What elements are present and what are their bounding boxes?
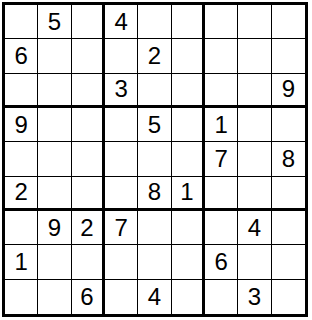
cell-r6c8[interactable] (238, 177, 271, 211)
cell-r4c7[interactable]: 1 (205, 108, 238, 142)
cell-r5c2[interactable] (38, 142, 71, 176)
cell-r4c9[interactable] (272, 108, 305, 142)
cell-r4c6[interactable] (172, 108, 205, 142)
cell-r9c6[interactable] (172, 280, 205, 314)
cell-r2c5[interactable]: 2 (138, 39, 171, 73)
cell-r2c6[interactable] (172, 39, 205, 73)
given-digit: 4 (114, 10, 127, 34)
cell-r2c3[interactable] (72, 39, 105, 73)
cell-r7c5[interactable] (138, 211, 171, 245)
cell-r3c3[interactable] (72, 74, 105, 108)
given-digit: 1 (214, 113, 227, 137)
cell-r2c7[interactable] (205, 39, 238, 73)
cell-r9c1[interactable] (5, 280, 38, 314)
given-digit: 2 (80, 216, 93, 240)
cell-r4c1[interactable]: 9 (5, 108, 38, 142)
cell-r8c6[interactable] (172, 245, 205, 279)
sudoku-board: 54623995178281927416643 (2, 2, 308, 317)
cell-r7c1[interactable] (5, 211, 38, 245)
cell-r2c2[interactable] (38, 39, 71, 73)
cell-r6c2[interactable] (38, 177, 71, 211)
given-digit: 5 (148, 113, 161, 137)
cell-r8c8[interactable] (238, 245, 271, 279)
cell-r4c3[interactable] (72, 108, 105, 142)
cell-r9c7[interactable] (205, 280, 238, 314)
cell-r5c4[interactable] (105, 142, 138, 176)
given-digit: 3 (114, 77, 127, 101)
cell-r5c7[interactable]: 7 (205, 142, 238, 176)
cell-r8c1[interactable]: 1 (5, 245, 38, 279)
cell-r3c1[interactable] (5, 74, 38, 108)
cell-r9c2[interactable] (38, 280, 71, 314)
cell-r5c1[interactable] (5, 142, 38, 176)
given-digit: 8 (282, 147, 295, 171)
cell-r6c5[interactable]: 8 (138, 177, 171, 211)
cell-r3c8[interactable] (238, 74, 271, 108)
cell-r6c7[interactable] (205, 177, 238, 211)
given-digit: 6 (80, 285, 93, 309)
cell-r6c6[interactable]: 1 (172, 177, 205, 211)
cell-r4c4[interactable] (105, 108, 138, 142)
cell-r3c7[interactable] (205, 74, 238, 108)
cell-r7c9[interactable] (272, 211, 305, 245)
cell-r5c8[interactable] (238, 142, 271, 176)
cell-r1c8[interactable] (238, 5, 271, 39)
given-digit: 4 (148, 285, 161, 309)
cell-r1c4[interactable]: 4 (105, 5, 138, 39)
cell-r2c8[interactable] (238, 39, 271, 73)
cell-r7c3[interactable]: 2 (72, 211, 105, 245)
cell-r6c3[interactable] (72, 177, 105, 211)
cell-r6c9[interactable] (272, 177, 305, 211)
cell-r2c9[interactable] (272, 39, 305, 73)
cell-r4c2[interactable] (38, 108, 71, 142)
cell-r8c3[interactable] (72, 245, 105, 279)
given-digit: 7 (214, 147, 227, 171)
given-digit: 9 (48, 216, 61, 240)
cell-r9c4[interactable] (105, 280, 138, 314)
cell-r5c3[interactable] (72, 142, 105, 176)
cell-r9c5[interactable]: 4 (138, 280, 171, 314)
cell-r3c4[interactable]: 3 (105, 74, 138, 108)
cell-r3c2[interactable] (38, 74, 71, 108)
cell-r6c4[interactable] (105, 177, 138, 211)
cell-r8c7[interactable]: 6 (205, 245, 238, 279)
given-digit: 5 (48, 10, 61, 34)
cell-r2c1[interactable]: 6 (5, 39, 38, 73)
cell-r8c9[interactable] (272, 245, 305, 279)
cell-r9c9[interactable] (272, 280, 305, 314)
cell-r3c5[interactable] (138, 74, 171, 108)
cell-r9c3[interactable]: 6 (72, 280, 105, 314)
cell-r4c5[interactable]: 5 (138, 108, 171, 142)
cell-r1c3[interactable] (72, 5, 105, 39)
cell-r5c9[interactable]: 8 (272, 142, 305, 176)
cell-r1c5[interactable] (138, 5, 171, 39)
given-digit: 4 (248, 216, 261, 240)
given-digit: 8 (148, 180, 161, 204)
given-digit: 2 (148, 44, 161, 68)
cell-r7c7[interactable] (205, 211, 238, 245)
cell-r8c4[interactable] (105, 245, 138, 279)
cell-r9c8[interactable]: 3 (238, 280, 271, 314)
given-digit: 2 (14, 180, 27, 204)
cell-r7c2[interactable]: 9 (38, 211, 71, 245)
given-digit: 3 (248, 285, 261, 309)
cell-r7c6[interactable] (172, 211, 205, 245)
cell-r6c1[interactable]: 2 (5, 177, 38, 211)
given-digit: 9 (14, 113, 27, 137)
cell-r1c9[interactable] (272, 5, 305, 39)
given-digit: 6 (14, 44, 27, 68)
cell-r1c1[interactable] (5, 5, 38, 39)
cell-r7c4[interactable]: 7 (105, 211, 138, 245)
given-digit: 9 (282, 77, 295, 101)
cell-r7c8[interactable]: 4 (238, 211, 271, 245)
cell-r5c6[interactable] (172, 142, 205, 176)
cell-r5c5[interactable] (138, 142, 171, 176)
given-digit: 6 (214, 250, 227, 274)
cell-r8c5[interactable] (138, 245, 171, 279)
given-digit: 7 (114, 216, 127, 240)
cell-r4c8[interactable] (238, 108, 271, 142)
cell-r1c7[interactable] (205, 5, 238, 39)
cell-r1c6[interactable] (172, 5, 205, 39)
given-digit: 1 (180, 180, 193, 204)
cell-r3c9[interactable]: 9 (272, 74, 305, 108)
cell-r8c2[interactable] (38, 245, 71, 279)
cell-r3c6[interactable] (172, 74, 205, 108)
cell-r1c2[interactable]: 5 (38, 5, 71, 39)
cell-r2c4[interactable] (105, 39, 138, 73)
given-digit: 1 (14, 250, 27, 274)
